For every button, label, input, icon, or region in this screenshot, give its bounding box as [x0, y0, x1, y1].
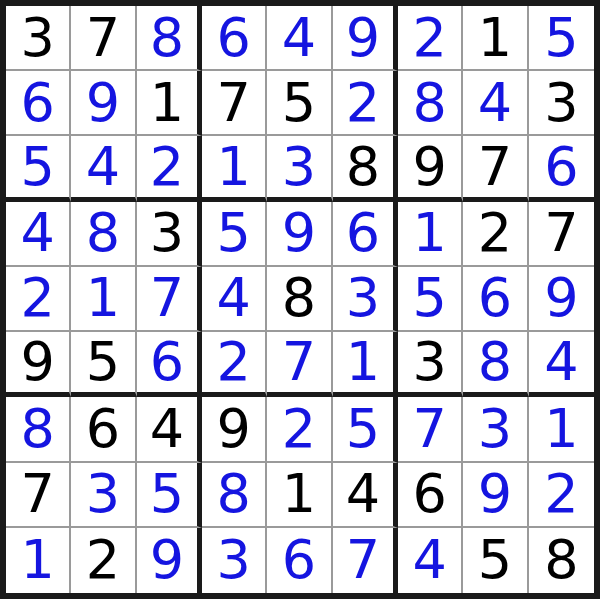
sudoku-cell[interactable]: 9	[267, 202, 332, 267]
sudoku-cell[interactable]: 3	[529, 71, 594, 136]
sudoku-cell[interactable]: 3	[267, 136, 332, 201]
sudoku-cell[interactable]: 7	[463, 136, 528, 201]
sudoku-cell[interactable]: 3	[463, 397, 528, 462]
sudoku-cell[interactable]: 8	[202, 463, 267, 528]
sudoku-cell[interactable]: 7	[71, 6, 136, 71]
sudoku-cell[interactable]: 2	[6, 267, 71, 332]
sudoku-cell[interactable]: 2	[267, 397, 332, 462]
sudoku-cell[interactable]: 8	[398, 71, 463, 136]
sudoku-cell[interactable]: 3	[71, 463, 136, 528]
sudoku-cell[interactable]: 9	[398, 136, 463, 201]
sudoku-cell[interactable]: 8	[6, 397, 71, 462]
sudoku-cell[interactable]: 4	[71, 136, 136, 201]
sudoku-cell[interactable]: 6	[267, 528, 332, 593]
sudoku-cell[interactable]: 4	[137, 397, 202, 462]
sudoku-cell[interactable]: 6	[202, 6, 267, 71]
sudoku-cell[interactable]: 7	[202, 71, 267, 136]
sudoku-cell[interactable]: 5	[463, 528, 528, 593]
sudoku-cell[interactable]: 9	[463, 463, 528, 528]
sudoku-cell[interactable]: 6	[137, 332, 202, 397]
sudoku-cell[interactable]: 8	[71, 202, 136, 267]
sudoku-cell[interactable]: 8	[463, 332, 528, 397]
sudoku-cell[interactable]: 3	[202, 528, 267, 593]
sudoku-cell[interactable]: 9	[333, 6, 398, 71]
sudoku-cell[interactable]: 1	[6, 528, 71, 593]
sudoku-cell[interactable]: 4	[202, 267, 267, 332]
sudoku-cell[interactable]: 7	[398, 397, 463, 462]
sudoku-cell[interactable]: 5	[202, 202, 267, 267]
sudoku-cell[interactable]: 1	[267, 463, 332, 528]
sudoku-cell[interactable]: 8	[267, 267, 332, 332]
sudoku-cell[interactable]: 7	[137, 267, 202, 332]
sudoku-cell[interactable]: 2	[463, 202, 528, 267]
sudoku-cell[interactable]: 9	[202, 397, 267, 462]
sudoku-cell[interactable]: 2	[529, 463, 594, 528]
sudoku-cell[interactable]: 6	[71, 397, 136, 462]
sudoku-cell[interactable]: 1	[137, 71, 202, 136]
sudoku-cell[interactable]: 7	[6, 463, 71, 528]
sudoku-cell[interactable]: 2	[71, 528, 136, 593]
sudoku-cell[interactable]: 3	[333, 267, 398, 332]
sudoku-cell[interactable]: 4	[333, 463, 398, 528]
sudoku-cell[interactable]: 5	[267, 71, 332, 136]
sudoku-cell[interactable]: 4	[529, 332, 594, 397]
sudoku-cell[interactable]: 1	[398, 202, 463, 267]
sudoku-cell[interactable]: 5	[398, 267, 463, 332]
sudoku-cell[interactable]: 6	[529, 136, 594, 201]
sudoku-cell[interactable]: 6	[6, 71, 71, 136]
sudoku-cell[interactable]: 9	[529, 267, 594, 332]
sudoku-cell[interactable]: 2	[137, 136, 202, 201]
sudoku-cell[interactable]: 6	[333, 202, 398, 267]
sudoku-cell[interactable]: 1	[202, 136, 267, 201]
sudoku-cell[interactable]: 8	[333, 136, 398, 201]
sudoku-cell[interactable]: 6	[398, 463, 463, 528]
sudoku-cell[interactable]: 8	[137, 6, 202, 71]
sudoku-cell[interactable]: 3	[137, 202, 202, 267]
sudoku-cell[interactable]: 2	[398, 6, 463, 71]
sudoku-cell[interactable]: 4	[6, 202, 71, 267]
sudoku-cell[interactable]: 5	[6, 136, 71, 201]
sudoku-cell[interactable]: 2	[333, 71, 398, 136]
sudoku-cell[interactable]: 4	[398, 528, 463, 593]
sudoku-cell[interactable]: 6	[463, 267, 528, 332]
sudoku-cell[interactable]: 4	[267, 6, 332, 71]
sudoku-cell[interactable]: 4	[463, 71, 528, 136]
sudoku-cell[interactable]: 1	[333, 332, 398, 397]
sudoku-cell[interactable]: 3	[6, 6, 71, 71]
sudoku-cell[interactable]: 7	[529, 202, 594, 267]
sudoku-cell[interactable]: 1	[529, 397, 594, 462]
sudoku-board: 3786492156917528435421389764835961272174…	[0, 0, 600, 599]
sudoku-cell[interactable]: 9	[6, 332, 71, 397]
sudoku-cell[interactable]: 1	[463, 6, 528, 71]
sudoku-cell[interactable]: 9	[71, 71, 136, 136]
sudoku-cell[interactable]: 9	[137, 528, 202, 593]
sudoku-cell[interactable]: 5	[333, 397, 398, 462]
sudoku-cell[interactable]: 3	[398, 332, 463, 397]
sudoku-cell[interactable]: 7	[333, 528, 398, 593]
sudoku-cell[interactable]: 2	[202, 332, 267, 397]
sudoku-cell[interactable]: 5	[71, 332, 136, 397]
sudoku-cell[interactable]: 7	[267, 332, 332, 397]
sudoku-cell[interactable]: 5	[529, 6, 594, 71]
sudoku-cell[interactable]: 8	[529, 528, 594, 593]
sudoku-cell[interactable]: 5	[137, 463, 202, 528]
sudoku-cell[interactable]: 1	[71, 267, 136, 332]
